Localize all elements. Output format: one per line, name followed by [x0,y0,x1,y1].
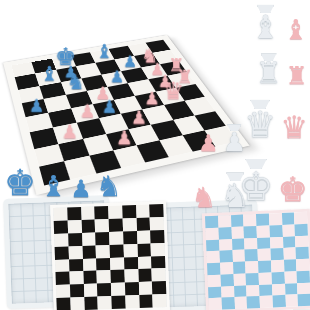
checker-square [231,226,244,238]
checker-square [209,298,222,310]
checker-square [95,232,109,245]
checker-square [110,257,124,270]
checker-square [69,258,83,271]
checker-square [124,257,138,270]
checker-square [97,270,111,283]
pink-resin-queen: ♛ [280,112,308,143]
checker-square [109,218,123,231]
checker-square [232,250,245,262]
checker-square [243,214,256,226]
checker-square [151,243,165,256]
checker-square [124,269,138,282]
mold-resin-pair: ♝♝ [251,1,308,43]
checker-square [125,295,139,308]
checker-square [221,286,234,298]
checker-square [67,207,81,220]
checker-square [110,244,124,257]
checker-square [150,217,164,230]
checker-square [152,268,166,281]
checker-square [94,206,108,219]
checker-square [257,249,270,261]
checker-square [295,235,308,247]
checker-square [269,213,282,225]
checker-square [233,262,246,274]
pink-resin-king: ♚ [278,172,308,206]
product-photo: ♚♝♝♟♟♞♞♟♟♜♟♟♟♜♟♟♟♛♟♟♟ ♝♝♜♜♛♛♚♚ ♟♟♞♞ ♚♝♟♞ [0,0,310,310]
checker-square [150,230,164,243]
checker-square [270,248,283,260]
checker-square [137,230,151,243]
checker-square [234,297,247,309]
checker-square [219,250,232,262]
checker-square [206,239,219,251]
checker-square [245,249,258,261]
checker-square [56,285,70,298]
checker-square [125,282,139,295]
checker-square [285,295,298,307]
checker-square [281,212,294,224]
checker-square [256,213,269,225]
checker-square [297,271,310,283]
checker-square [220,274,233,286]
pink-resin-bishop: ♝ [284,16,308,43]
blue-resin-pawn: ♟ [70,177,92,201]
checker-square [151,256,165,269]
checker-square [298,294,310,306]
checker-square [297,282,310,294]
mold-resin-pair: ♛♛ [244,93,308,143]
checker-square [136,205,150,218]
checker-square [271,260,284,272]
checker-square [55,272,69,285]
checker-square [272,295,285,307]
checker-square [246,273,259,285]
checker-square [258,260,271,272]
checker-square [283,259,296,271]
checker-square [295,224,308,236]
checker-square [208,274,221,286]
checker-square [285,283,298,295]
checker-square [110,270,124,283]
checker-square [123,244,137,257]
checker-square [67,220,81,233]
blue-piece-samples: ♚♝♟♞ [4,149,112,201]
checker-square [53,207,67,220]
mold-resin-pair: ♞♞ [191,160,250,212]
checker-square [256,225,269,237]
checker-square [136,217,150,230]
checker-square [81,207,95,220]
checker-square [219,239,232,251]
checker-square [111,296,125,309]
checker-square [205,216,218,228]
blue-resin-bishop: ♝ [40,172,66,201]
checker-square [231,238,244,250]
checker-square [70,284,84,297]
checker-square [282,236,295,248]
checker-square [246,284,259,296]
checker-square [283,248,296,260]
checker-square [206,227,219,239]
pink-pawn: ♟ [62,122,79,141]
checker-square [153,294,167,307]
checker-square [296,259,309,271]
checker-square [247,296,260,308]
checker-square [220,262,233,274]
checker-square [230,215,243,227]
silicone-mold-knight: ♞ [220,172,250,212]
checker-square [108,206,122,219]
checker-square [234,285,247,297]
checker-square [208,286,221,298]
checker-square [257,237,270,249]
checker-square [98,296,112,309]
checker-square [137,256,151,269]
checker-square [54,233,68,246]
checker-square [70,297,84,310]
pink-resin-pawn: ♟ [198,132,219,155]
checker-square [122,205,136,218]
pink-resin-rook: ♜ [286,63,308,88]
pink-resin-knight: ♞ [191,184,216,212]
checker-square [83,271,97,284]
checker-square [111,283,125,296]
checker-square [81,219,95,232]
checker-square [244,238,257,250]
checker-square [139,295,153,308]
checker-square [83,284,97,297]
checker-square [207,251,220,263]
checker-square [218,215,231,227]
checker-square [84,297,98,310]
checker-square [221,297,234,309]
checker-square [138,282,152,295]
checker-square [55,259,69,272]
checker-square [218,227,231,239]
mold-resin-pair: ♟♟ [198,113,246,155]
mold-resin-pair: ♜♜ [256,48,308,88]
mold-resin-pairs-column: ♝♝♜♜♛♛♚♚ [240,1,308,206]
pink-pawn: ♟ [95,85,110,102]
checker-square [244,226,257,238]
silicone-mold-rook: ♜ [256,53,282,88]
checker-square [109,231,123,244]
checker-square [96,245,110,258]
checker-square [259,284,272,296]
checker-square [269,225,282,237]
checker-square [83,258,97,271]
mold-resin-pairs-middle: ♟♟♞♞ [158,113,250,212]
checker-square [207,263,220,275]
checker-square [260,296,273,308]
checker-square [271,272,284,284]
checker-square [282,224,295,236]
checker-square [122,218,136,231]
checker-square [69,271,83,284]
blue-resin-king: ♚ [4,165,36,201]
checker-square [272,283,285,295]
checker-square [68,246,82,259]
checker-square [137,243,151,256]
checker-square [270,236,283,248]
checker-square [68,233,82,246]
checker-square [259,272,272,284]
checker-square [97,283,111,296]
checker-square [294,212,307,224]
checker-square [245,261,258,273]
checker-square [233,273,246,285]
checkerboard-blue-pink [202,209,310,310]
checker-square [82,232,96,245]
checker-square [284,271,297,283]
checkerboard-black-white [50,201,170,310]
checker-square [56,298,70,310]
checker-square [138,269,152,282]
checker-square [54,220,68,233]
pink-pawn: ♟ [145,90,160,107]
checker-square [95,219,109,232]
board-square: ♟ [121,110,151,129]
silicone-mold-pawn: ♟ [223,124,246,155]
checker-square [82,245,96,258]
checker-square [296,247,309,259]
checker-square [55,246,69,259]
silicone-mold-bishop: ♝ [251,5,280,43]
blue-resin-knight: ♞ [96,172,122,201]
checker-square [123,231,137,244]
checker-square [96,258,110,271]
checker-square [152,281,166,294]
